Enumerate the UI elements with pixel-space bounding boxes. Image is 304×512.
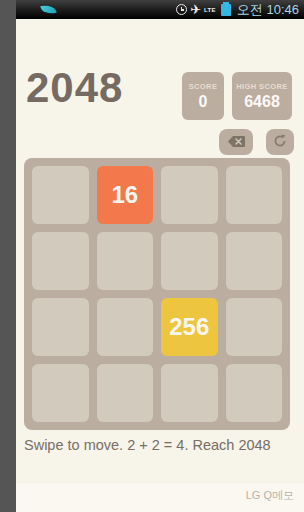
undo-button[interactable]	[219, 129, 253, 155]
battery-icon	[221, 4, 231, 16]
high-score-value: 6468	[244, 93, 280, 111]
score-value: 0	[199, 93, 208, 111]
cell-empty-r0c2	[161, 166, 218, 224]
airplane-mode-icon: ✈	[190, 0, 201, 19]
cell-empty-r3c0	[32, 364, 89, 422]
cell-empty-r1c2	[161, 232, 218, 290]
cell-empty-r2c0	[32, 298, 89, 356]
cell-empty-r3c3	[226, 364, 283, 422]
phone-screen: ✈ LTE 오전 10:46 2048 SCORE 0 HIGH SCORE 6…	[16, 0, 304, 512]
cell-empty-r0c3	[226, 166, 283, 224]
cell-empty-r3c1	[97, 364, 154, 422]
score-box: SCORE 0	[182, 72, 224, 120]
restart-button[interactable]	[266, 129, 294, 155]
cell-empty-r1c0	[32, 232, 89, 290]
game-title: 2048	[26, 64, 123, 112]
backspace-icon	[228, 135, 245, 150]
board[interactable]: 16256	[24, 158, 290, 430]
status-bar[interactable]: ✈ LTE 오전 10:46	[16, 0, 304, 19]
network-indicator: LTE	[204, 7, 216, 13]
high-score-label: HIGH SCORE	[236, 82, 288, 91]
status-clock: 오전 10:46	[237, 1, 299, 19]
tile-16: 16	[97, 166, 154, 224]
cell-empty-r1c3	[226, 232, 283, 290]
instructions-text: Swipe to move. 2 + 2 = 4. Reach 2048	[24, 437, 304, 453]
cell-empty-r1c1	[97, 232, 154, 290]
cell-empty-r0c0	[32, 166, 89, 224]
score-label: SCORE	[189, 82, 218, 91]
cell-empty-r3c2	[161, 364, 218, 422]
qmemo-watermark: LG Q메모	[246, 488, 294, 503]
leaf-notification-icon	[40, 4, 56, 15]
tile-256: 256	[161, 298, 218, 356]
qmemo-strip: LG Q메모	[16, 482, 304, 512]
refresh-icon	[273, 134, 287, 151]
cell-empty-r2c3	[226, 298, 283, 356]
alarm-clock-icon	[176, 4, 187, 15]
cell-empty-r2c1	[97, 298, 154, 356]
high-score-box: HIGH SCORE 6468	[232, 72, 292, 120]
